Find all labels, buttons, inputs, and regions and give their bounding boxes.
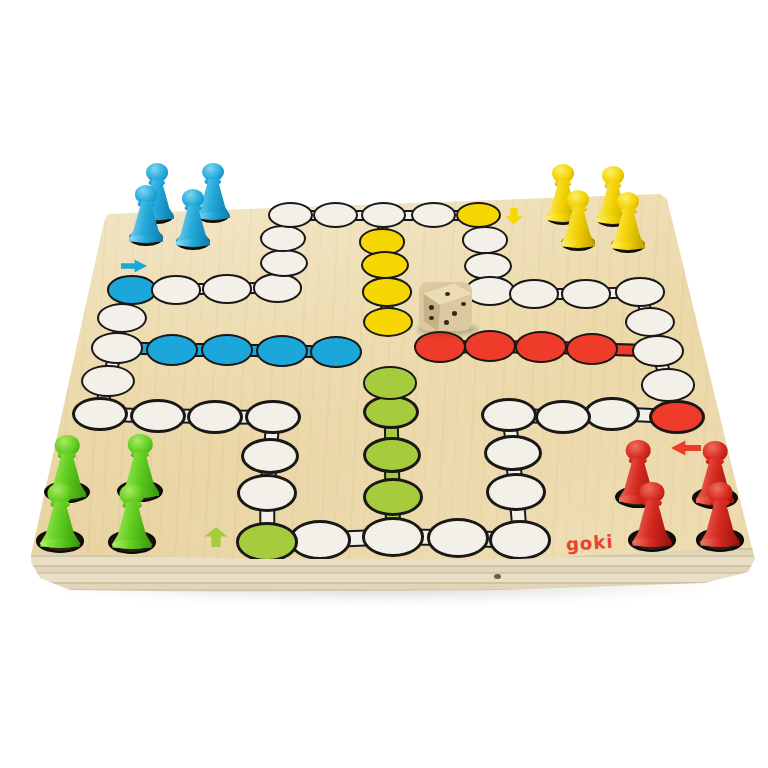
blue-pawn-4[interactable] (176, 189, 211, 247)
home-field-blue-2[interactable] (201, 334, 253, 366)
track-field-10[interactable] (411, 202, 456, 228)
blue-pawn-3[interactable] (129, 185, 164, 243)
home-field-yellow-3[interactable] (362, 277, 411, 306)
start-field-yellow[interactable] (456, 202, 501, 228)
track-field-12[interactable] (462, 226, 508, 253)
track-field-29[interactable] (362, 517, 425, 557)
pawn-base (611, 242, 646, 250)
track-field-9[interactable] (361, 202, 406, 228)
pawn-base (176, 239, 211, 247)
track-field-14[interactable] (465, 276, 514, 305)
home-field-red-1[interactable] (566, 333, 618, 365)
start-field-blue[interactable] (107, 275, 156, 304)
home-field-red-4[interactable] (414, 331, 466, 363)
track-field-37[interactable] (72, 397, 128, 431)
red-pawn-4[interactable] (700, 482, 739, 547)
track-field-4[interactable] (253, 273, 302, 302)
track-field-38[interactable] (81, 365, 135, 398)
pawn-base (40, 539, 79, 548)
track-field-35[interactable] (187, 400, 243, 434)
track-field-17[interactable] (615, 277, 664, 306)
home-field-green-2[interactable] (363, 437, 421, 473)
pawn-base (632, 538, 671, 547)
green-pawn-3[interactable] (40, 483, 79, 548)
pawn-base (700, 538, 739, 547)
track-field-20[interactable] (641, 368, 695, 401)
red-pawn-3[interactable] (632, 482, 671, 547)
track-field-22[interactable] (584, 397, 640, 431)
track-field-3[interactable] (202, 274, 251, 303)
track-field-36[interactable] (130, 399, 186, 433)
home-field-yellow-2[interactable] (361, 251, 409, 279)
ludo-product-photo: goki (0, 0, 768, 768)
track-field-25[interactable] (484, 435, 542, 471)
green-pawn-4[interactable] (112, 484, 151, 549)
track-field-7[interactable] (268, 202, 313, 228)
track-field-16[interactable] (561, 279, 610, 308)
track-field-27[interactable] (489, 520, 552, 560)
pawn-base (561, 240, 596, 248)
home-field-blue-1[interactable] (146, 334, 198, 366)
start-field-green[interactable] (236, 522, 299, 562)
yellow-pawn-4[interactable] (611, 192, 646, 250)
die-pip (429, 305, 434, 309)
die-pip (444, 320, 449, 324)
wooden-die[interactable] (419, 282, 472, 331)
track-field-5[interactable] (260, 249, 308, 277)
home-field-blue-3[interactable] (256, 335, 308, 367)
home-field-red-3[interactable] (464, 330, 516, 362)
home-field-blue-4[interactable] (310, 336, 363, 368)
track-field-19[interactable] (632, 335, 684, 367)
track-field-34[interactable] (245, 400, 301, 434)
track-field-32[interactable] (237, 474, 297, 512)
track-field-26[interactable] (486, 473, 546, 511)
board-plane (0, 0, 768, 768)
start-field-red[interactable] (649, 400, 705, 434)
home-field-green-3[interactable] (363, 395, 419, 429)
home-field-red-2[interactable] (515, 331, 567, 363)
track-field-33[interactable] (241, 438, 299, 474)
home-field-green-4[interactable] (363, 366, 417, 399)
pawn-base (129, 235, 164, 243)
pawn-base (112, 540, 151, 549)
die-pip (452, 311, 457, 315)
track-field-23[interactable] (535, 400, 591, 434)
home-field-green-1[interactable] (363, 478, 424, 516)
yellow-pawn-3[interactable] (561, 190, 596, 248)
track-field-2[interactable] (151, 275, 200, 304)
track-field-24[interactable] (481, 398, 537, 432)
goki-logo-text: goki (565, 530, 620, 555)
wood-knot (494, 574, 501, 579)
track-field-39[interactable] (91, 332, 143, 364)
track-field-40[interactable] (97, 303, 148, 333)
track-field-8[interactable] (313, 202, 358, 228)
track-field-28[interactable] (427, 518, 490, 558)
track-field-15[interactable] (509, 279, 558, 308)
die-pip (461, 302, 466, 306)
